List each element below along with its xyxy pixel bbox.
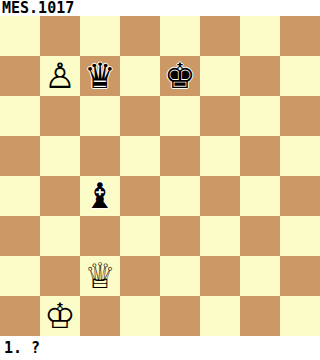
square-c7: ♛ <box>80 56 120 96</box>
square-a3 <box>0 216 40 256</box>
square-h3 <box>280 216 320 256</box>
square-a2 <box>0 256 40 296</box>
square-b1: ♔ <box>40 296 80 336</box>
square-h5 <box>280 136 320 176</box>
square-f2 <box>200 256 240 296</box>
square-e7: ♚ <box>160 56 200 96</box>
square-g3 <box>240 216 280 256</box>
square-d7 <box>120 56 160 96</box>
square-b6 <box>40 96 80 136</box>
chess-board: ♙♛♚♝♕♔ <box>0 16 320 336</box>
square-c1 <box>80 296 120 336</box>
square-h6 <box>280 96 320 136</box>
chess-puzzle-diagram: MES.1017 ♙♛♚♝♕♔ 1. ? <box>0 0 320 360</box>
square-c3 <box>80 216 120 256</box>
square-d1 <box>120 296 160 336</box>
square-d4 <box>120 176 160 216</box>
square-g4 <box>240 176 280 216</box>
square-b3 <box>40 216 80 256</box>
move-prompt: 1. ? <box>0 336 320 360</box>
square-a8 <box>0 16 40 56</box>
square-b2 <box>40 256 80 296</box>
square-g8 <box>240 16 280 56</box>
square-b4 <box>40 176 80 216</box>
black-king: ♚ <box>164 56 195 96</box>
square-e8 <box>160 16 200 56</box>
square-h1 <box>280 296 320 336</box>
square-h2 <box>280 256 320 296</box>
square-f4 <box>200 176 240 216</box>
square-g6 <box>240 96 280 136</box>
black-queen: ♛ <box>84 56 115 96</box>
square-g1 <box>240 296 280 336</box>
puzzle-id-label: MES.1017 <box>0 0 320 16</box>
square-d8 <box>120 16 160 56</box>
white-pawn: ♙ <box>44 56 75 96</box>
white-king: ♔ <box>44 296 75 336</box>
square-d5 <box>120 136 160 176</box>
square-c4: ♝ <box>80 176 120 216</box>
square-e3 <box>160 216 200 256</box>
square-g2 <box>240 256 280 296</box>
square-a4 <box>0 176 40 216</box>
square-h7 <box>280 56 320 96</box>
square-b7: ♙ <box>40 56 80 96</box>
square-e6 <box>160 96 200 136</box>
square-a7 <box>0 56 40 96</box>
square-e5 <box>160 136 200 176</box>
square-d3 <box>120 216 160 256</box>
square-f5 <box>200 136 240 176</box>
square-a5 <box>0 136 40 176</box>
square-f6 <box>200 96 240 136</box>
square-f7 <box>200 56 240 96</box>
square-e2 <box>160 256 200 296</box>
square-c6 <box>80 96 120 136</box>
square-a1 <box>0 296 40 336</box>
square-h8 <box>280 16 320 56</box>
square-c8 <box>80 16 120 56</box>
square-f1 <box>200 296 240 336</box>
black-bishop: ♝ <box>84 176 115 216</box>
square-g5 <box>240 136 280 176</box>
square-d2 <box>120 256 160 296</box>
square-d6 <box>120 96 160 136</box>
square-b5 <box>40 136 80 176</box>
square-e1 <box>160 296 200 336</box>
square-f8 <box>200 16 240 56</box>
square-g7 <box>240 56 280 96</box>
square-a6 <box>0 96 40 136</box>
square-h4 <box>280 176 320 216</box>
square-c5 <box>80 136 120 176</box>
square-e4 <box>160 176 200 216</box>
square-c2: ♕ <box>80 256 120 296</box>
square-f3 <box>200 216 240 256</box>
square-b8 <box>40 16 80 56</box>
white-queen: ♕ <box>84 256 115 296</box>
